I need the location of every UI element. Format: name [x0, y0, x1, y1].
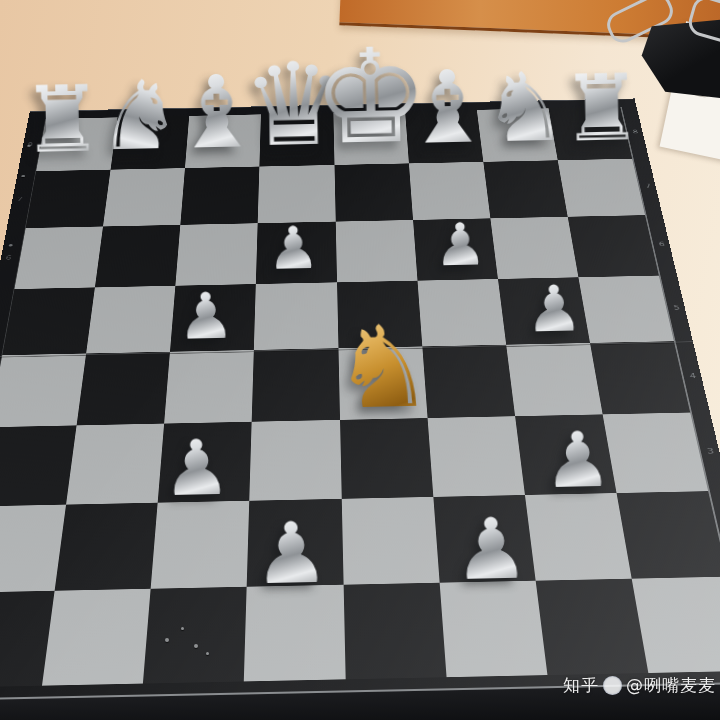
square-e6 [335, 220, 417, 282]
water-droplet [206, 652, 209, 655]
square-e3 [340, 418, 433, 498]
square-h4 [590, 341, 690, 414]
water-droplet [165, 638, 169, 642]
square-d6 [256, 221, 337, 284]
square-h3 [603, 413, 709, 493]
square-b5 [86, 286, 175, 354]
square-b3 [66, 424, 164, 505]
square-e7 [334, 164, 413, 222]
square-h5 [578, 275, 674, 342]
square-b8 [111, 116, 190, 170]
square-h2 [616, 491, 720, 579]
square-e5 [337, 281, 422, 349]
square-f4 [422, 345, 515, 418]
square-g4 [506, 343, 603, 416]
frame-rank-label-7: 7 [16, 196, 23, 202]
square-a6 [14, 226, 103, 289]
frame-rank-label-6: 6 [658, 241, 665, 247]
watermark-site: 知乎 [563, 674, 599, 697]
chess-board: 88776654321 [0, 98, 720, 709]
frame-rivet [9, 244, 13, 246]
square-c8 [185, 114, 261, 168]
square-d3 [250, 420, 342, 500]
square-c2 [151, 500, 250, 588]
square-h1 [632, 576, 720, 672]
square-a3 [0, 426, 77, 507]
square-e4 [338, 346, 427, 420]
square-d8 [260, 113, 335, 167]
square-a8 [36, 117, 117, 171]
square-a7 [26, 170, 111, 228]
square-b4 [77, 352, 171, 426]
square-f3 [427, 416, 524, 496]
water-droplet [181, 627, 184, 630]
square-h6 [568, 215, 659, 277]
square-g7 [483, 160, 567, 218]
square-c7 [181, 167, 260, 225]
frame-rank-label-8: 8 [27, 142, 33, 147]
square-a5 [2, 287, 95, 355]
square-g8 [477, 108, 558, 162]
square-d5 [254, 282, 338, 350]
square-g2 [525, 493, 632, 581]
square-c4 [164, 350, 254, 424]
square-f7 [409, 162, 491, 220]
board-grid [0, 107, 720, 688]
square-g6 [490, 217, 578, 279]
frame-rank-label-5: 5 [673, 304, 681, 310]
square-f6 [413, 218, 498, 280]
square-f2 [433, 495, 535, 583]
square-a4 [0, 353, 86, 427]
board-scene: 88776654321 ♜♞♝♛♚♝♞♜♟♟♟♟♞♟♟♟♟ [0, 0, 720, 720]
frame-rivet [21, 175, 25, 177]
square-g1 [535, 578, 648, 675]
frame-rank-label-8: 8 [632, 129, 639, 134]
watermark-handle: @咧嘴麦麦 [626, 674, 716, 697]
square-d7 [258, 165, 335, 223]
square-h8 [548, 107, 632, 161]
square-f5 [417, 279, 506, 347]
frame-rank-label-3: 3 [706, 447, 714, 455]
square-c6 [176, 223, 258, 286]
square-b2 [55, 502, 158, 590]
square-d4 [252, 348, 340, 422]
frame-rank-label-7: 7 [645, 183, 652, 189]
square-e1 [343, 583, 446, 680]
square-c5 [170, 284, 256, 352]
square-e2 [341, 497, 439, 585]
square-b7 [103, 168, 185, 226]
frame-rank-label-4: 4 [689, 372, 697, 379]
square-h7 [558, 159, 645, 217]
square-g3 [515, 415, 616, 495]
square-e8 [333, 111, 409, 165]
square-d1 [244, 585, 345, 682]
square-c1 [143, 587, 247, 684]
square-g5 [498, 277, 590, 345]
square-d2 [247, 498, 343, 586]
zhihu-logo-icon [603, 676, 622, 695]
watermark: 知乎 @咧嘴麦麦 [563, 674, 716, 697]
square-b1 [42, 589, 151, 686]
frame-rank-label-6: 6 [5, 255, 12, 261]
square-c3 [158, 422, 252, 502]
square-b6 [95, 225, 181, 288]
square-f1 [439, 580, 547, 677]
square-f8 [405, 110, 483, 164]
water-droplet [194, 644, 198, 648]
